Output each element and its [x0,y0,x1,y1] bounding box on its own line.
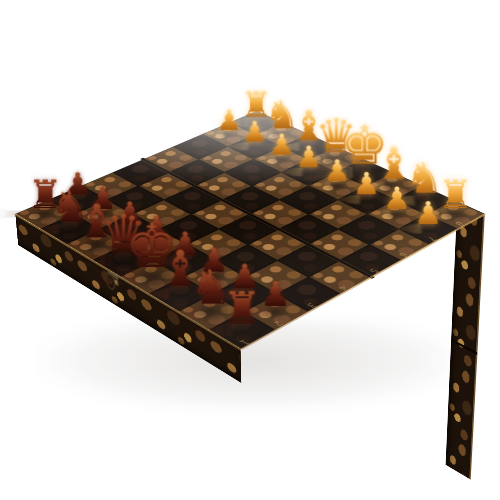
chess-piece-glyph: ♜ [210,286,273,330]
chessboard: 87654321 ♜♟♞♟♝♟♛♟♚♟♝♟♟♞♜♟♟♜♞♟♟♝♟♛♟♚♟♝♟♞♟… [15,111,485,349]
chess-piece-glyph: ♟ [400,197,457,229]
white-pawn-h2[interactable]: ♟ [400,187,457,229]
box-side-right [445,201,484,479]
product-photo-scene: 87654321 ♜♟♞♟♝♟♛♟♚♟♝♟♟♞♜♟♟♜♞♟♟♝♟♛♟♚♟♝♟♞♟… [0,0,500,500]
seam-notch [451,339,477,355]
black-rook-h8[interactable]: ♜ [210,274,273,329]
perspective-stage: 87654321 ♜♟♞♟♝♟♛♟♚♟♝♟♟♞♜♟♟♜♞♟♟♝♟♛♟♚♟♝♟♞♟… [0,0,500,500]
